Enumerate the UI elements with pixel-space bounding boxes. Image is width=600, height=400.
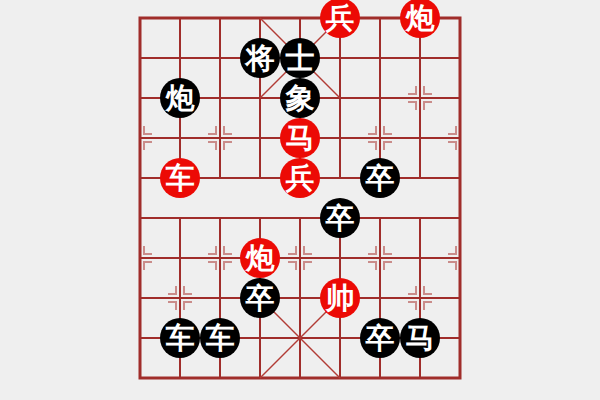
- board-cell[interactable]: [280, 0, 320, 38]
- board-cell[interactable]: [240, 358, 280, 398]
- board-cell[interactable]: [120, 78, 160, 118]
- piece-red-cannon[interactable]: 炮: [240, 238, 280, 278]
- piece-red-pawn[interactable]: 兵: [320, 0, 360, 38]
- board-cell[interactable]: [200, 158, 240, 198]
- board-cell[interactable]: [320, 158, 360, 198]
- board-cell[interactable]: 车: [160, 318, 200, 358]
- board-cell[interactable]: 士: [280, 38, 320, 78]
- board-cell[interactable]: [360, 358, 400, 398]
- board-cell[interactable]: 马: [280, 118, 320, 158]
- board-cell[interactable]: 象: [280, 78, 320, 118]
- piece-black-pawn[interactable]: 卒: [320, 198, 360, 238]
- board-cell[interactable]: [200, 0, 240, 38]
- board-cell[interactable]: [320, 78, 360, 118]
- board-cell[interactable]: 卒: [320, 198, 360, 238]
- board-grid: 兵炮将士炮象马车兵卒卒炮卒帅车车卒马: [120, 0, 480, 398]
- board-cell[interactable]: [200, 278, 240, 318]
- piece-black-pawn[interactable]: 卒: [360, 158, 400, 198]
- board-cell[interactable]: [360, 38, 400, 78]
- board-cell[interactable]: [320, 318, 360, 358]
- board-cell[interactable]: [400, 158, 440, 198]
- board-cell[interactable]: [240, 78, 280, 118]
- board-cell[interactable]: 马: [400, 318, 440, 358]
- board-cell[interactable]: [400, 358, 440, 398]
- board-cell[interactable]: [200, 118, 240, 158]
- board-cell[interactable]: 将: [240, 38, 280, 78]
- piece-black-pawn[interactable]: 卒: [240, 278, 280, 318]
- board-cell[interactable]: [440, 158, 480, 198]
- board-cell[interactable]: [160, 118, 200, 158]
- board-cell[interactable]: [440, 78, 480, 118]
- board-cell[interactable]: [360, 238, 400, 278]
- piece-black-elephant[interactable]: 象: [280, 78, 320, 118]
- board-cell[interactable]: [360, 198, 400, 238]
- board-cell[interactable]: [280, 278, 320, 318]
- board-cell[interactable]: 车: [200, 318, 240, 358]
- board-cell[interactable]: [400, 198, 440, 238]
- board-cell[interactable]: [160, 238, 200, 278]
- piece-black-pawn[interactable]: 卒: [360, 318, 400, 358]
- board-cell[interactable]: [400, 118, 440, 158]
- board-cell[interactable]: 帅: [320, 278, 360, 318]
- board-cell[interactable]: [320, 38, 360, 78]
- board-cell[interactable]: [120, 0, 160, 38]
- piece-black-king[interactable]: 将: [240, 38, 280, 78]
- board-cell[interactable]: [240, 318, 280, 358]
- board-cell[interactable]: [280, 318, 320, 358]
- board-cell[interactable]: [440, 238, 480, 278]
- board-cell[interactable]: [320, 358, 360, 398]
- board-cell[interactable]: [320, 118, 360, 158]
- board-cell[interactable]: [240, 0, 280, 38]
- board-cell[interactable]: [120, 358, 160, 398]
- board-cell[interactable]: [120, 118, 160, 158]
- board-cell[interactable]: [360, 118, 400, 158]
- board-cell[interactable]: [400, 38, 440, 78]
- piece-black-chariot[interactable]: 车: [160, 318, 200, 358]
- board-cell[interactable]: [360, 0, 400, 38]
- board-cell[interactable]: 炮: [400, 0, 440, 38]
- board-cell[interactable]: [120, 158, 160, 198]
- board-cell[interactable]: [400, 238, 440, 278]
- board-cell[interactable]: [160, 198, 200, 238]
- board-cell[interactable]: [120, 318, 160, 358]
- board-cell[interactable]: 炮: [240, 238, 280, 278]
- piece-red-cannon[interactable]: 炮: [400, 0, 440, 38]
- board-cell[interactable]: [360, 78, 400, 118]
- piece-red-horse[interactable]: 马: [280, 118, 320, 158]
- piece-red-pawn[interactable]: 兵: [280, 158, 320, 198]
- board-cell[interactable]: [120, 198, 160, 238]
- board-cell[interactable]: [160, 358, 200, 398]
- board-cell[interactable]: [440, 318, 480, 358]
- piece-black-advisor[interactable]: 士: [280, 38, 320, 78]
- board-cell[interactable]: [240, 198, 280, 238]
- board-cell[interactable]: [320, 238, 360, 278]
- board-cell[interactable]: [160, 278, 200, 318]
- board-cell[interactable]: [280, 198, 320, 238]
- board-cell[interactable]: 卒: [360, 158, 400, 198]
- board-cell[interactable]: [120, 278, 160, 318]
- board-cell[interactable]: [400, 278, 440, 318]
- board-cell[interactable]: [280, 358, 320, 398]
- board-cell[interactable]: [200, 358, 240, 398]
- piece-black-chariot[interactable]: 车: [200, 318, 240, 358]
- board-cell[interactable]: 卒: [240, 278, 280, 318]
- board-cell[interactable]: [120, 238, 160, 278]
- board-cell[interactable]: 车: [160, 158, 200, 198]
- board-cell[interactable]: [440, 358, 480, 398]
- board-cell[interactable]: [400, 78, 440, 118]
- board-cell[interactable]: [440, 38, 480, 78]
- board-cell[interactable]: 兵: [320, 0, 360, 38]
- board-cell[interactable]: [440, 118, 480, 158]
- board-cell[interactable]: [200, 38, 240, 78]
- board-cell[interactable]: [200, 238, 240, 278]
- board-cell[interactable]: [280, 238, 320, 278]
- board-cell[interactable]: [440, 0, 480, 38]
- board-cell[interactable]: [440, 278, 480, 318]
- board-cell[interactable]: [120, 38, 160, 78]
- board-cell[interactable]: 兵: [280, 158, 320, 198]
- piece-red-king[interactable]: 帅: [320, 278, 360, 318]
- board-cell[interactable]: [240, 158, 280, 198]
- board-cell[interactable]: [360, 278, 400, 318]
- board-cell[interactable]: [160, 0, 200, 38]
- piece-black-cannon[interactable]: 炮: [160, 78, 200, 118]
- board-cell[interactable]: 炮: [160, 78, 200, 118]
- xiangqi-board: 兵炮将士炮象马车兵卒卒炮卒帅车车卒马: [0, 0, 600, 400]
- board-cell[interactable]: [200, 78, 240, 118]
- board-cell[interactable]: [440, 198, 480, 238]
- board-cell[interactable]: [200, 198, 240, 238]
- board-cell[interactable]: [160, 38, 200, 78]
- board-cell[interactable]: 卒: [360, 318, 400, 358]
- piece-black-horse[interactable]: 马: [400, 318, 440, 358]
- piece-red-chariot[interactable]: 车: [160, 158, 200, 198]
- board-cell[interactable]: [240, 118, 280, 158]
